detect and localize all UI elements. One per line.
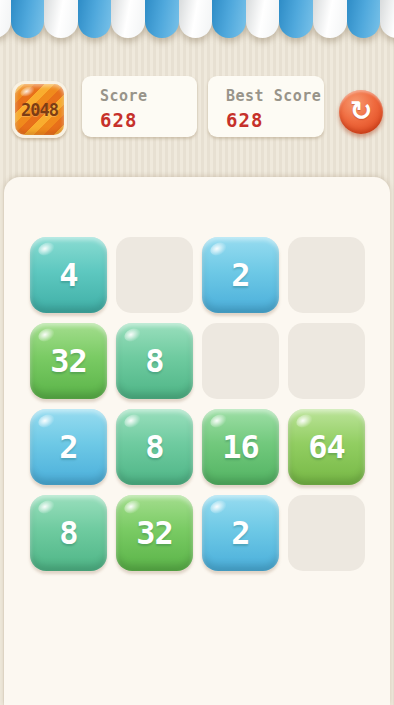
tile-4: 4	[30, 237, 107, 313]
best-score-label: Best Score	[226, 87, 324, 105]
empty-cell	[288, 323, 365, 399]
empty-cell	[288, 237, 365, 313]
tile-32: 32	[30, 323, 107, 399]
awning-scallop-white	[246, 0, 280, 38]
tile-2: 2	[202, 495, 279, 571]
tile-number: 4	[59, 256, 77, 294]
awning-scallop-blue	[212, 0, 246, 38]
awning-scallop-blue	[279, 0, 313, 38]
awning-scallop-white	[380, 0, 394, 38]
tile-number: 2	[59, 428, 77, 466]
tile-number: 64	[308, 428, 345, 466]
awning-scallop-white	[44, 0, 78, 38]
tile-number: 8	[145, 428, 163, 466]
logo-2048-tile: 2048	[12, 81, 67, 138]
tile-number: 2	[231, 514, 249, 552]
tile-number: 32	[50, 342, 87, 380]
score-value: 628	[100, 109, 197, 131]
refresh-icon: ↻	[350, 97, 373, 124]
awning-scallop-white	[0, 0, 11, 38]
tile-number: 8	[59, 514, 77, 552]
tile-8: 8	[116, 409, 193, 485]
tile-2: 2	[202, 237, 279, 313]
awning-scallop-white	[111, 0, 145, 38]
tile-64: 64	[288, 409, 365, 485]
best-score-box: Best Score 628	[208, 76, 324, 137]
tile-2: 2	[30, 409, 107, 485]
empty-cell	[202, 323, 279, 399]
awning-scallop-blue	[78, 0, 112, 38]
refresh-button[interactable]: ↻	[339, 90, 383, 134]
empty-cell	[116, 237, 193, 313]
tile-32: 32	[116, 495, 193, 571]
tile-number: 32	[136, 514, 173, 552]
tile-16: 16	[202, 409, 279, 485]
score-box: Score 628	[82, 76, 197, 137]
empty-cell	[288, 495, 365, 571]
logo-text: 2048	[21, 100, 58, 120]
awning-scallop-white	[179, 0, 213, 38]
tile-8: 8	[30, 495, 107, 571]
tile-number: 2	[231, 256, 249, 294]
awning-scallop-blue	[347, 0, 381, 38]
awning-scallop-blue	[145, 0, 179, 38]
best-score-value: 628	[226, 109, 324, 131]
awning-decoration	[0, 0, 394, 38]
tile-8: 8	[116, 323, 193, 399]
tile-number: 16	[222, 428, 259, 466]
awning-scallop-blue	[11, 0, 45, 38]
tile-number: 8	[145, 342, 163, 380]
score-label: Score	[100, 87, 197, 105]
board-grid[interactable]: 423282816648322	[30, 237, 365, 571]
awning-scallop-white	[313, 0, 347, 38]
